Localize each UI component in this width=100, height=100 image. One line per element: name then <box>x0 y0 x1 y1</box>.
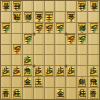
square-6f[interactable] <box>34 55 45 66</box>
square-7e[interactable] <box>23 45 34 56</box>
square-7i[interactable] <box>23 88 34 99</box>
square-7a[interactable] <box>23 1 34 12</box>
square-9f[interactable] <box>1 55 12 66</box>
piece-sente-pawn[interactable]: 歩 <box>89 66 98 76</box>
hoshi-dot <box>32 32 35 35</box>
piece-gote-rook[interactable]: 飛 <box>12 12 21 22</box>
piece-sente-lance[interactable]: 香 <box>89 89 98 99</box>
piece-sente-pawn[interactable]: 歩 <box>56 66 65 76</box>
square-2g[interactable] <box>77 66 88 77</box>
square-9i[interactable]: 香 <box>1 88 12 99</box>
piece-gote-pawn[interactable]: 歩 <box>23 34 32 44</box>
square-9c[interactable]: 歩 <box>1 23 12 34</box>
square-9d[interactable] <box>1 34 12 45</box>
square-1c[interactable]: 歩 <box>88 23 99 34</box>
square-8i[interactable]: 桂 <box>12 88 23 99</box>
shogi-app: 香桂桂香飛銀金王金歩歩歩歩銀歩歩歩歩歩歩歩歩角歩歩歩歩歩金玉銀飛香桂金桂香 <box>0 0 100 100</box>
piece-gote-knight[interactable]: 桂 <box>78 1 87 11</box>
square-8f[interactable] <box>12 55 23 66</box>
square-3h[interactable] <box>66 77 77 88</box>
square-3e[interactable] <box>66 45 77 56</box>
square-3i[interactable] <box>66 88 77 99</box>
square-1g[interactable]: 歩 <box>88 66 99 77</box>
square-7g[interactable]: 角 <box>23 66 34 77</box>
square-4b[interactable] <box>55 12 66 23</box>
piece-sente-rook[interactable]: 飛 <box>89 77 98 87</box>
square-3c[interactable] <box>66 23 77 34</box>
square-3f[interactable] <box>66 55 77 66</box>
square-1b[interactable] <box>88 12 99 23</box>
square-1a[interactable]: 香 <box>88 1 99 12</box>
square-2c[interactable]: 銀 <box>77 23 88 34</box>
square-4e[interactable] <box>55 45 66 56</box>
piece-sente-gold[interactable]: 金 <box>23 77 32 87</box>
square-5g[interactable]: 歩 <box>45 66 56 77</box>
square-5i[interactable] <box>45 88 56 99</box>
piece-gote-king[interactable]: 王 <box>45 12 54 22</box>
square-7b[interactable]: 銀 <box>23 12 34 23</box>
piece-sente-pawn[interactable]: 歩 <box>1 66 10 76</box>
piece-gote-pawn[interactable]: 歩 <box>45 23 54 33</box>
square-6h[interactable]: 玉 <box>34 77 45 88</box>
square-8g[interactable]: 歩 <box>12 66 23 77</box>
square-5h[interactable] <box>45 77 56 88</box>
piece-gote-pawn[interactable]: 歩 <box>78 34 87 44</box>
square-9g[interactable]: 歩 <box>1 66 12 77</box>
square-6b[interactable]: 金 <box>34 12 45 23</box>
piece-gote-gold[interactable]: 金 <box>34 12 43 22</box>
square-3d[interactable]: 歩 <box>66 34 77 45</box>
square-5d[interactable] <box>45 34 56 45</box>
piece-gote-pawn[interactable]: 歩 <box>67 34 76 44</box>
square-8a[interactable]: 桂 <box>12 1 23 12</box>
square-8b[interactable]: 飛 <box>12 12 23 23</box>
square-3a[interactable] <box>66 1 77 12</box>
square-4h[interactable] <box>55 77 66 88</box>
piece-sente-king[interactable]: 玉 <box>34 77 43 87</box>
square-7d[interactable]: 歩 <box>23 34 34 45</box>
square-3g[interactable]: 歩 <box>66 66 77 77</box>
square-2i[interactable]: 桂 <box>77 88 88 99</box>
square-6g[interactable]: 歩 <box>34 66 45 77</box>
piece-gote-lance[interactable]: 香 <box>1 1 10 11</box>
square-2f[interactable] <box>77 55 88 66</box>
piece-gote-silver[interactable]: 銀 <box>78 23 87 33</box>
shogi-board: 香桂桂香飛銀金王金歩歩歩歩銀歩歩歩歩歩歩歩歩角歩歩歩歩歩金玉銀飛香桂金桂香 <box>0 0 100 100</box>
piece-gote-pawn[interactable]: 歩 <box>56 23 65 33</box>
hoshi-dot <box>65 65 68 68</box>
square-5a[interactable] <box>45 1 56 12</box>
piece-gote-silver[interactable]: 銀 <box>23 12 32 22</box>
square-7h[interactable]: 金 <box>23 77 34 88</box>
square-9h[interactable] <box>1 77 12 88</box>
square-4a[interactable] <box>55 1 66 12</box>
piece-sente-bishop[interactable]: 角 <box>23 66 32 76</box>
square-6a[interactable] <box>34 1 45 12</box>
square-1i[interactable]: 香 <box>88 88 99 99</box>
piece-sente-knight[interactable]: 桂 <box>12 89 21 99</box>
square-8e[interactable]: 歩 <box>12 45 23 56</box>
square-6d[interactable] <box>34 34 45 45</box>
square-6i[interactable] <box>34 88 45 99</box>
square-6c[interactable]: 歩 <box>34 23 45 34</box>
square-8d[interactable] <box>12 34 23 45</box>
square-3b[interactable]: 金 <box>66 12 77 23</box>
piece-sente-lance[interactable]: 香 <box>1 89 10 99</box>
square-8c[interactable] <box>12 23 23 34</box>
square-1h[interactable]: 飛 <box>88 77 99 88</box>
piece-gote-lance[interactable]: 香 <box>89 1 98 11</box>
square-8h[interactable] <box>12 77 23 88</box>
square-1e[interactable] <box>88 45 99 56</box>
square-2h[interactable]: 銀 <box>77 77 88 88</box>
piece-gote-gold[interactable]: 金 <box>67 12 76 22</box>
square-5c[interactable]: 歩 <box>45 23 56 34</box>
piece-sente-pawn[interactable]: 歩 <box>67 66 76 76</box>
square-6e[interactable] <box>34 45 45 56</box>
hoshi-dot <box>65 32 68 35</box>
piece-gote-pawn[interactable]: 歩 <box>89 23 98 33</box>
square-9a[interactable]: 香 <box>1 1 12 12</box>
square-4i[interactable]: 金 <box>55 88 66 99</box>
square-1f[interactable] <box>88 55 99 66</box>
piece-gote-pawn[interactable]: 歩 <box>34 23 43 33</box>
piece-sente-silver[interactable]: 銀 <box>78 77 87 87</box>
square-5b[interactable]: 王 <box>45 12 56 23</box>
square-5f[interactable] <box>45 55 56 66</box>
piece-sente-pawn[interactable]: 歩 <box>12 66 21 76</box>
square-2e[interactable] <box>77 45 88 56</box>
square-5e[interactable] <box>45 45 56 56</box>
piece-sente-pawn[interactable]: 歩 <box>23 55 32 65</box>
piece-sente-pawn[interactable]: 歩 <box>45 66 54 76</box>
piece-sente-gold[interactable]: 金 <box>56 89 65 99</box>
square-1d[interactable] <box>88 34 99 45</box>
square-2b[interactable] <box>77 12 88 23</box>
piece-gote-pawn[interactable]: 歩 <box>1 23 10 33</box>
square-2a[interactable]: 桂 <box>77 1 88 12</box>
square-9e[interactable] <box>1 45 12 56</box>
square-4g[interactable]: 歩 <box>55 66 66 77</box>
hoshi-dot <box>32 65 35 68</box>
piece-sente-pawn[interactable]: 歩 <box>34 66 43 76</box>
piece-gote-pawn[interactable]: 歩 <box>12 44 21 54</box>
square-9b[interactable] <box>1 12 12 23</box>
square-2d[interactable]: 歩 <box>77 34 88 45</box>
piece-gote-knight[interactable]: 桂 <box>12 1 21 11</box>
square-4d[interactable] <box>55 34 66 45</box>
piece-sente-knight[interactable]: 桂 <box>78 89 87 99</box>
